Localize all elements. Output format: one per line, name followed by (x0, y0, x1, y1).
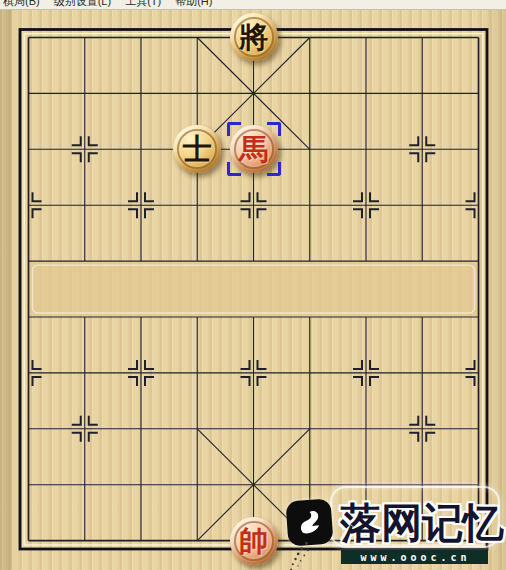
spray-dots (284, 540, 316, 570)
red-general-glyph: 帥 (239, 521, 268, 561)
intersection-e0[interactable]: 將 (225, 10, 281, 66)
menu-item-0[interactable]: 棋局(B) (3, 0, 40, 8)
intersection-e2[interactable]: 馬 (225, 121, 281, 177)
black-advisor-glyph: 士 (183, 129, 212, 169)
red-general[interactable]: 帥 (230, 517, 278, 565)
watermark-title: 落网记忆 (340, 501, 506, 545)
watermark-url: www.oooc.cn (341, 550, 488, 564)
intersection-d2[interactable]: 士 (169, 121, 225, 177)
black-general[interactable]: 將 (230, 13, 278, 61)
menu-bar[interactable]: 棋局(B)级别设置(L)工具(T)帮助(H) (0, 0, 506, 10)
menu-item-3[interactable]: 帮助(H) (175, 0, 212, 8)
menu-items: 棋局(B)级别设置(L)工具(T)帮助(H) (0, 0, 506, 8)
watermark: 落网记忆 www.oooc.cn (283, 483, 506, 570)
swan-logo-icon (285, 498, 333, 546)
xiangqi-app-window: 棋局(B)级别设置(L)工具(T)帮助(H) 將士馬帥 落网记忆 www.ooo… (0, 0, 506, 570)
red-horse-glyph: 馬 (239, 129, 268, 169)
black-advisor[interactable]: 士 (173, 125, 221, 173)
black-general-glyph: 將 (239, 17, 268, 57)
menu-item-2[interactable]: 工具(T) (125, 0, 161, 8)
menu-item-1[interactable]: 级别设置(L) (54, 0, 111, 8)
intersection-e9[interactable]: 帥 (225, 513, 281, 569)
